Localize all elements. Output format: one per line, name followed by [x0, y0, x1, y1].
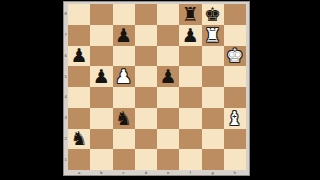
file-label-b: b: [97, 171, 105, 176]
piece-black-king-g8[interactable]: ♚: [204, 4, 221, 23]
square-e2[interactable]: [157, 129, 179, 150]
square-d2[interactable]: [135, 129, 157, 150]
square-d5[interactable]: [135, 66, 157, 87]
square-g7[interactable]: ♜: [202, 25, 224, 46]
square-e3[interactable]: [157, 108, 179, 129]
square-d4[interactable]: [135, 87, 157, 108]
chess-board-frame: ♜♚♟♟♜♟♚♟♟♟♞♝♞ 87654321abcdefgh: [63, 1, 250, 176]
square-b4[interactable]: [90, 87, 112, 108]
square-a3[interactable]: [68, 108, 90, 129]
square-a1[interactable]: [68, 149, 90, 170]
file-label-c: c: [120, 171, 128, 176]
square-h7[interactable]: [224, 25, 246, 46]
square-a8[interactable]: [68, 4, 90, 25]
square-h4[interactable]: [224, 87, 246, 108]
square-e6[interactable]: [157, 46, 179, 67]
square-c3[interactable]: ♞: [113, 108, 135, 129]
square-b7[interactable]: [90, 25, 112, 46]
square-f8[interactable]: ♜: [179, 4, 201, 25]
square-g8[interactable]: ♚: [202, 4, 224, 25]
square-b8[interactable]: [90, 4, 112, 25]
square-c6[interactable]: [113, 46, 135, 67]
square-c7[interactable]: ♟: [113, 25, 135, 46]
square-e7[interactable]: [157, 25, 179, 46]
square-c4[interactable]: [113, 87, 135, 108]
square-f3[interactable]: [179, 108, 201, 129]
square-h8[interactable]: [224, 4, 246, 25]
piece-white-king-h6[interactable]: ♚: [226, 46, 243, 65]
square-a4[interactable]: [68, 87, 90, 108]
square-g2[interactable]: [202, 129, 224, 150]
piece-black-knight-a2[interactable]: ♞: [71, 129, 88, 148]
file-label-g: g: [209, 171, 217, 176]
square-f6[interactable]: [179, 46, 201, 67]
piece-black-pawn-c7[interactable]: ♟: [115, 25, 132, 44]
piece-black-pawn-a6[interactable]: ♟: [71, 46, 88, 65]
file-label-h: h: [231, 171, 239, 176]
file-label-a: a: [75, 171, 83, 176]
square-c5[interactable]: ♟: [113, 66, 135, 87]
square-a7[interactable]: [68, 25, 90, 46]
square-f5[interactable]: [179, 66, 201, 87]
square-h5[interactable]: [224, 66, 246, 87]
square-d7[interactable]: [135, 25, 157, 46]
square-c2[interactable]: [113, 129, 135, 150]
square-f7[interactable]: ♟: [179, 25, 201, 46]
square-h3[interactable]: ♝: [224, 108, 246, 129]
piece-black-pawn-f7[interactable]: ♟: [182, 25, 199, 44]
square-e4[interactable]: [157, 87, 179, 108]
square-g4[interactable]: [202, 87, 224, 108]
piece-black-pawn-e5[interactable]: ♟: [160, 67, 177, 86]
square-b2[interactable]: [90, 129, 112, 150]
piece-black-knight-c3[interactable]: ♞: [115, 108, 132, 127]
square-f4[interactable]: [179, 87, 201, 108]
square-d3[interactable]: [135, 108, 157, 129]
square-b5[interactable]: ♟: [90, 66, 112, 87]
screenshot-root: ♜♚♟♟♜♟♚♟♟♟♞♝♞ 87654321abcdefgh: [0, 0, 320, 180]
square-a5[interactable]: [68, 66, 90, 87]
piece-white-rook-g7[interactable]: ♜: [204, 25, 221, 44]
square-e8[interactable]: [157, 4, 179, 25]
square-g6[interactable]: [202, 46, 224, 67]
square-d6[interactable]: [135, 46, 157, 67]
square-b6[interactable]: [90, 46, 112, 67]
square-g5[interactable]: [202, 66, 224, 87]
square-e5[interactable]: ♟: [157, 66, 179, 87]
square-c1[interactable]: [113, 149, 135, 170]
square-h6[interactable]: ♚: [224, 46, 246, 67]
square-b3[interactable]: [90, 108, 112, 129]
square-f2[interactable]: [179, 129, 201, 150]
square-h2[interactable]: [224, 129, 246, 150]
chess-board: ♜♚♟♟♜♟♚♟♟♟♞♝♞: [68, 4, 246, 170]
square-a2[interactable]: ♞: [68, 129, 90, 150]
file-label-e: e: [164, 171, 172, 176]
square-d1[interactable]: [135, 149, 157, 170]
square-a6[interactable]: ♟: [68, 46, 90, 67]
square-h1[interactable]: [224, 149, 246, 170]
square-g1[interactable]: [202, 149, 224, 170]
piece-white-pawn-c5[interactable]: ♟: [115, 67, 132, 86]
square-g3[interactable]: [202, 108, 224, 129]
square-f1[interactable]: [179, 149, 201, 170]
square-e1[interactable]: [157, 149, 179, 170]
piece-white-bishop-h3[interactable]: ♝: [226, 108, 243, 127]
square-d8[interactable]: [135, 4, 157, 25]
piece-black-rook-f8[interactable]: ♜: [182, 4, 199, 23]
file-label-f: f: [186, 171, 194, 176]
piece-black-pawn-b5[interactable]: ♟: [93, 67, 110, 86]
square-b1[interactable]: [90, 149, 112, 170]
square-c8[interactable]: [113, 4, 135, 25]
file-label-d: d: [142, 171, 150, 176]
